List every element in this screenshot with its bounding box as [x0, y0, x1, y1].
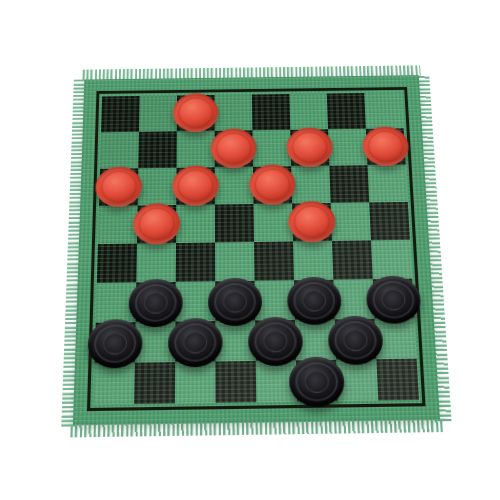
red-checker-piece	[286, 127, 333, 167]
square-r8c4	[215, 361, 256, 403]
square-r5c1	[97, 244, 137, 283]
square-r5c3	[176, 243, 215, 282]
black-checker-piece	[128, 278, 182, 327]
square-r5c8	[371, 240, 412, 279]
square-r5c2	[136, 243, 176, 282]
square-r4c4	[215, 204, 254, 243]
square-r1c3	[177, 95, 215, 131]
checkers-board	[93, 93, 419, 405]
square-r3c7	[329, 165, 369, 203]
square-r4c5	[253, 203, 293, 242]
square-r7c1	[95, 322, 136, 363]
square-r1c8	[364, 93, 403, 129]
square-r2c2	[138, 131, 176, 168]
red-checker-piece	[288, 200, 336, 242]
square-r3c4	[215, 167, 254, 205]
square-r3c6	[291, 166, 330, 204]
square-r3c8	[367, 165, 407, 203]
square-r7c7	[335, 319, 377, 360]
square-r4c7	[331, 202, 371, 241]
square-r1c4	[214, 95, 252, 131]
square-r7c5	[255, 320, 296, 361]
square-r1c7	[327, 93, 366, 129]
rug-body	[73, 75, 440, 425]
square-r1c6	[289, 94, 328, 130]
square-r6c8	[373, 279, 415, 319]
square-r5c4	[215, 242, 255, 281]
red-checker-piece	[172, 165, 219, 206]
square-r2c8	[366, 128, 406, 165]
product-photo	[0, 0, 500, 500]
black-checker-piece	[208, 277, 262, 326]
square-r2c4	[215, 130, 253, 167]
square-r8c2	[134, 362, 175, 404]
red-checker-piece	[249, 164, 296, 205]
square-r2c3	[177, 131, 215, 168]
red-checker-piece	[211, 128, 257, 168]
red-checker-piece	[133, 203, 180, 245]
square-r6c2	[136, 282, 176, 322]
checkers-rug	[61, 65, 452, 437]
square-r4c6	[292, 203, 332, 242]
black-checker-piece	[168, 317, 223, 367]
square-r4c8	[369, 202, 410, 240]
square-r3c5	[253, 166, 292, 204]
square-r8c1	[93, 363, 134, 405]
square-r3c2	[138, 168, 177, 206]
square-r8c6	[296, 360, 338, 402]
square-r5c7	[332, 240, 373, 279]
black-checker-piece	[365, 275, 421, 323]
red-checker-piece	[95, 166, 142, 207]
square-r1c2	[139, 96, 177, 132]
square-r1c1	[101, 96, 139, 132]
red-checker-piece	[362, 126, 410, 166]
square-r2c7	[328, 129, 367, 166]
square-r2c1	[100, 132, 139, 169]
square-r4c1	[98, 206, 138, 245]
red-checker-piece	[173, 93, 219, 132]
square-r6c6	[294, 280, 335, 320]
square-r1c5	[252, 94, 290, 130]
square-r8c8	[376, 359, 419, 401]
square-r5c5	[254, 241, 294, 280]
square-r5c6	[293, 241, 333, 280]
square-r6c4	[215, 281, 255, 321]
square-r2c5	[252, 130, 291, 167]
square-r8c3	[175, 361, 216, 403]
square-r3c3	[176, 167, 215, 205]
square-r3c1	[99, 168, 138, 206]
square-r2c6	[290, 129, 329, 166]
square-r4c3	[176, 205, 215, 244]
square-r4c2	[137, 205, 176, 244]
board-border	[87, 87, 426, 411]
square-r7c3	[175, 321, 215, 362]
black-checker-piece	[248, 316, 303, 366]
